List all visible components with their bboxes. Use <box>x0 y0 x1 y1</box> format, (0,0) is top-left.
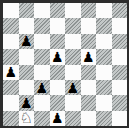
square-a6[interactable] <box>3 34 19 49</box>
square-h7[interactable] <box>112 18 128 33</box>
black-pawn-icon: ♟ <box>82 50 95 64</box>
square-g5[interactable] <box>96 49 112 64</box>
square-d1[interactable]: ♟ <box>50 111 66 126</box>
square-a3[interactable] <box>3 80 19 95</box>
square-e2[interactable] <box>65 95 81 110</box>
square-e6[interactable] <box>65 34 81 49</box>
square-f8[interactable] <box>81 3 97 18</box>
black-pawn-icon: ♟ <box>66 81 79 95</box>
square-f4[interactable] <box>81 65 97 80</box>
square-a5[interactable] <box>3 49 19 64</box>
square-d7[interactable] <box>50 18 66 33</box>
square-h2[interactable] <box>112 95 128 110</box>
square-b6[interactable]: ♟ <box>19 34 35 49</box>
square-h1[interactable] <box>112 111 128 126</box>
square-e5[interactable] <box>65 49 81 64</box>
square-e3[interactable]: ♟ <box>65 80 81 95</box>
square-h3[interactable] <box>112 80 128 95</box>
square-d8[interactable] <box>50 3 66 18</box>
square-b3[interactable] <box>19 80 35 95</box>
square-h8[interactable] <box>112 3 128 18</box>
black-pawn-icon: ♟ <box>20 96 33 110</box>
square-a2[interactable] <box>3 95 19 110</box>
square-g4[interactable] <box>96 65 112 80</box>
square-a4[interactable]: ♟ <box>3 65 19 80</box>
square-c3[interactable]: ♟ <box>34 80 50 95</box>
chess-board: ♟♟♟♟♟♟♟♘♟ <box>3 3 127 126</box>
square-f5[interactable]: ♟ <box>81 49 97 64</box>
white-knight-icon: ♘ <box>20 111 33 126</box>
square-c2[interactable] <box>34 95 50 110</box>
square-e4[interactable] <box>65 65 81 80</box>
square-d3[interactable] <box>50 80 66 95</box>
square-e8[interactable] <box>65 3 81 18</box>
square-g8[interactable] <box>96 3 112 18</box>
square-e1[interactable] <box>65 111 81 126</box>
square-a7[interactable] <box>3 18 19 33</box>
black-pawn-icon: ♟ <box>4 65 17 79</box>
square-c7[interactable] <box>34 18 50 33</box>
chess-board-frame: ♟♟♟♟♟♟♟♘♟ <box>0 0 129 128</box>
black-pawn-icon: ♟ <box>35 81 48 95</box>
square-g7[interactable] <box>96 18 112 33</box>
square-d5[interactable]: ♟ <box>50 49 66 64</box>
square-h6[interactable] <box>112 34 128 49</box>
square-d2[interactable] <box>50 95 66 110</box>
black-pawn-icon: ♟ <box>51 50 64 64</box>
square-c1[interactable] <box>34 111 50 126</box>
square-g6[interactable] <box>96 34 112 49</box>
square-c6[interactable] <box>34 34 50 49</box>
black-pawn-icon: ♟ <box>20 34 33 48</box>
square-f3[interactable] <box>81 80 97 95</box>
square-d4[interactable] <box>50 65 66 80</box>
square-h5[interactable] <box>112 49 128 64</box>
square-f6[interactable] <box>81 34 97 49</box>
square-b2[interactable]: ♟ <box>19 95 35 110</box>
square-f1[interactable] <box>81 111 97 126</box>
square-a8[interactable] <box>3 3 19 18</box>
square-b7[interactable] <box>19 18 35 33</box>
square-c4[interactable] <box>34 65 50 80</box>
square-c8[interactable] <box>34 3 50 18</box>
square-d6[interactable] <box>50 34 66 49</box>
square-g2[interactable] <box>96 95 112 110</box>
square-f7[interactable] <box>81 18 97 33</box>
square-g3[interactable] <box>96 80 112 95</box>
square-b8[interactable] <box>19 3 35 18</box>
square-b4[interactable] <box>19 65 35 80</box>
black-pawn-icon: ♟ <box>51 111 64 125</box>
square-a1[interactable] <box>3 111 19 126</box>
square-c5[interactable] <box>34 49 50 64</box>
square-h4[interactable] <box>112 65 128 80</box>
square-f2[interactable] <box>81 95 97 110</box>
square-g1[interactable] <box>96 111 112 126</box>
square-b1[interactable]: ♘ <box>19 111 35 126</box>
square-e7[interactable] <box>65 18 81 33</box>
square-b5[interactable] <box>19 49 35 64</box>
